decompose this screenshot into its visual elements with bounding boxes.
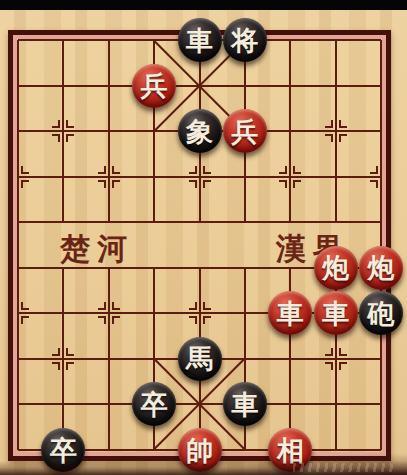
position-marker — [203, 316, 211, 324]
river-label-chu-he: 楚河 — [60, 229, 134, 270]
position-marker — [189, 166, 197, 174]
position-marker — [203, 302, 211, 310]
board-vline — [17, 40, 19, 450]
position-marker — [52, 134, 60, 142]
position-marker — [52, 362, 60, 370]
position-marker — [112, 166, 120, 174]
position-marker — [325, 134, 333, 142]
piece-red-chariot[interactable]: 車 — [314, 291, 358, 335]
position-marker — [21, 180, 29, 188]
position-marker — [66, 348, 74, 356]
watermark — [293, 463, 393, 472]
piece-black-elephant[interactable]: 象 — [178, 109, 222, 153]
piece-black-chariot[interactable]: 車 — [178, 18, 222, 62]
position-marker — [325, 362, 333, 370]
piece-black-cannon[interactable]: 砲 — [359, 291, 403, 335]
position-marker — [66, 362, 74, 370]
position-marker — [203, 180, 211, 188]
position-marker — [189, 316, 197, 324]
board-vline — [289, 40, 291, 222]
position-marker — [112, 316, 120, 324]
position-marker — [21, 302, 29, 310]
position-marker — [339, 348, 347, 356]
position-marker — [21, 166, 29, 174]
board-vline — [108, 40, 110, 222]
piece-black-general[interactable]: 将 — [223, 18, 267, 62]
position-marker — [66, 120, 74, 128]
xiangqi-app-screen: 車将兵象兵炮炮車車砲馬卒車卒帥相 楚河 漢界 — [0, 0, 407, 475]
position-marker — [98, 166, 106, 174]
board-vline — [62, 268, 64, 450]
position-marker — [293, 180, 301, 188]
position-marker — [112, 180, 120, 188]
position-marker — [52, 120, 60, 128]
position-marker — [98, 316, 106, 324]
position-marker — [279, 180, 287, 188]
position-marker — [339, 134, 347, 142]
position-marker — [203, 166, 211, 174]
position-marker — [325, 348, 333, 356]
position-marker — [189, 180, 197, 188]
piece-black-chariot[interactable]: 車 — [223, 382, 267, 426]
piece-red-soldier[interactable]: 兵 — [223, 109, 267, 153]
board-vline — [108, 268, 110, 450]
piece-red-chariot[interactable]: 車 — [268, 291, 312, 335]
position-marker — [66, 134, 74, 142]
position-marker — [189, 302, 197, 310]
piece-black-horse[interactable]: 馬 — [178, 337, 222, 381]
board-vline — [335, 40, 337, 222]
position-marker — [279, 166, 287, 174]
piece-red-cannon[interactable]: 炮 — [314, 246, 358, 290]
piece-black-soldier[interactable]: 卒 — [132, 382, 176, 426]
piece-red-soldier[interactable]: 兵 — [132, 64, 176, 108]
position-marker — [339, 120, 347, 128]
letterbox-top-bar — [0, 0, 407, 10]
position-marker — [112, 302, 120, 310]
piece-red-cannon[interactable]: 炮 — [359, 246, 403, 290]
position-marker — [370, 166, 378, 174]
position-marker — [370, 180, 378, 188]
position-marker — [21, 316, 29, 324]
position-marker — [52, 348, 60, 356]
position-marker — [339, 362, 347, 370]
position-marker — [98, 180, 106, 188]
position-marker — [98, 302, 106, 310]
position-marker — [293, 166, 301, 174]
board-vline — [62, 40, 64, 222]
position-marker — [325, 120, 333, 128]
